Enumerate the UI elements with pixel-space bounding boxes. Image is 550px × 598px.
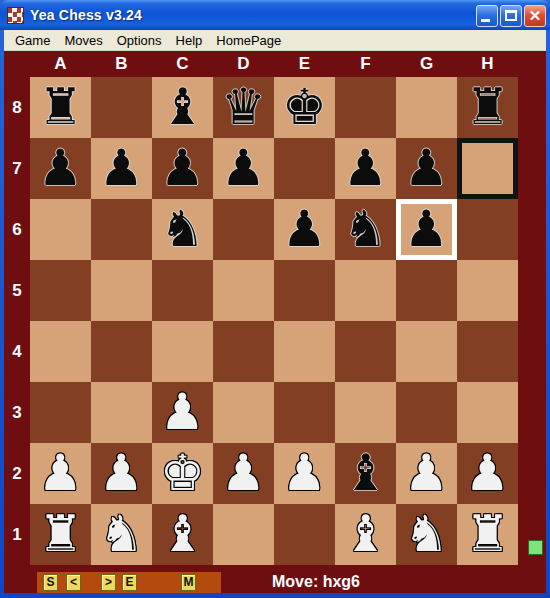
square-b8[interactable]: [91, 77, 152, 138]
square-b4[interactable]: [91, 321, 152, 382]
square-c8[interactable]: ♝: [152, 77, 213, 138]
square-e2[interactable]: ♟: [274, 443, 335, 504]
square-d6[interactable]: [213, 199, 274, 260]
file-labels: ABCDEFGH: [30, 52, 518, 76]
rank-label-7: 7: [4, 138, 30, 199]
file-label-d: D: [213, 52, 274, 76]
square-f3[interactable]: [335, 382, 396, 443]
rank-labels: 87654321: [4, 77, 30, 565]
white-pawn-a2: ♟: [38, 443, 83, 504]
square-f4[interactable]: [335, 321, 396, 382]
square-g8[interactable]: [396, 77, 457, 138]
square-a5[interactable]: [30, 260, 91, 321]
square-c6[interactable]: ♞: [152, 199, 213, 260]
square-a1[interactable]: ♜: [30, 504, 91, 565]
file-label-a: A: [30, 52, 91, 76]
black-rook-h8: ♜: [465, 77, 510, 138]
square-b1[interactable]: ♞: [91, 504, 152, 565]
window-title: Yea Chess v3.24: [30, 7, 142, 23]
black-bishop-f2: ♝: [343, 443, 388, 504]
square-a3[interactable]: [30, 382, 91, 443]
white-rook-h1: ♜: [465, 504, 510, 565]
square-a4[interactable]: [30, 321, 91, 382]
square-e8[interactable]: ♚: [274, 77, 335, 138]
white-rook-a1: ♜: [38, 504, 83, 565]
square-c4[interactable]: [152, 321, 213, 382]
menu-game[interactable]: Game: [8, 33, 57, 48]
black-queen-d8: ♛: [221, 77, 266, 138]
square-d3[interactable]: [213, 382, 274, 443]
square-f2[interactable]: ♝: [335, 443, 396, 504]
file-label-g: G: [396, 52, 457, 76]
square-c7[interactable]: ♟: [152, 138, 213, 199]
square-a2[interactable]: ♟: [30, 443, 91, 504]
square-h1[interactable]: ♜: [457, 504, 518, 565]
white-knight-g1: ♞: [404, 504, 449, 565]
menu-moves[interactable]: Moves: [57, 33, 109, 48]
maximize-icon: [505, 10, 517, 21]
square-b5[interactable]: [91, 260, 152, 321]
square-d2[interactable]: ♟: [213, 443, 274, 504]
square-h6[interactable]: [457, 199, 518, 260]
rank-label-4: 4: [4, 321, 30, 382]
rank-label-3: 3: [4, 382, 30, 443]
square-g3[interactable]: [396, 382, 457, 443]
white-pawn-e2: ♟: [282, 443, 327, 504]
square-f5[interactable]: [335, 260, 396, 321]
square-h5[interactable]: [457, 260, 518, 321]
black-pawn-g6: ♟: [404, 199, 449, 260]
close-button[interactable]: ✕: [524, 5, 546, 27]
square-f8[interactable]: [335, 77, 396, 138]
white-pawn-c3: ♟: [160, 382, 205, 443]
file-label-c: C: [152, 52, 213, 76]
white-knight-b1: ♞: [99, 504, 144, 565]
square-d4[interactable]: [213, 321, 274, 382]
square-b3[interactable]: [91, 382, 152, 443]
square-c5[interactable]: [152, 260, 213, 321]
square-g1[interactable]: ♞: [396, 504, 457, 565]
move-status: Move: hxg6: [226, 571, 406, 593]
square-e1[interactable]: [274, 504, 335, 565]
menu-bar: GameMovesOptionsHelpHomePage: [4, 30, 546, 51]
rank-label-5: 5: [4, 260, 30, 321]
rank-label-2: 2: [4, 443, 30, 504]
white-pawn-h2: ♟: [465, 443, 510, 504]
square-g4[interactable]: [396, 321, 457, 382]
square-a6[interactable]: [30, 199, 91, 260]
square-c3[interactable]: ♟: [152, 382, 213, 443]
black-knight-f6: ♞: [343, 199, 388, 260]
black-pawn-g7: ♟: [404, 138, 449, 199]
board: ♜♝♛♚♜♟♟♟♟♟♟♞♟♞♟♟♟♟♚♟♟♝♟♟♜♞♝♝♞♜: [30, 77, 518, 565]
square-h2[interactable]: ♟: [457, 443, 518, 504]
square-f1[interactable]: ♝: [335, 504, 396, 565]
white-pawn-d2: ♟: [221, 443, 266, 504]
file-label-b: B: [91, 52, 152, 76]
square-d1[interactable]: [213, 504, 274, 565]
rank-label-6: 6: [4, 199, 30, 260]
square-a7[interactable]: ♟: [30, 138, 91, 199]
title-bar: Yea Chess v3.24 ✕: [0, 0, 550, 30]
square-e6[interactable]: ♟: [274, 199, 335, 260]
back-button-prev[interactable]: <: [66, 574, 81, 591]
app-icon: [7, 7, 24, 24]
black-pawn-e6: ♟: [282, 199, 327, 260]
control-strip: S<>EM: [37, 572, 221, 593]
rank-label-1: 1: [4, 504, 30, 565]
menu-button-M[interactable]: M: [181, 574, 196, 591]
end-button-E[interactable]: E: [122, 574, 137, 591]
turn-indicator: [529, 541, 542, 554]
board-area: ABCDEFGH 87654321 ♜♝♛♚♜♟♟♟♟♟♟♞♟♞♟♟♟♟♚♟♟♝…: [4, 51, 546, 593]
square-d5[interactable]: [213, 260, 274, 321]
black-pawn-b7: ♟: [99, 138, 144, 199]
square-b6[interactable]: [91, 199, 152, 260]
white-pawn-b2: ♟: [99, 443, 144, 504]
square-g5[interactable]: [396, 260, 457, 321]
file-label-e: E: [274, 52, 335, 76]
minimize-button[interactable]: [476, 5, 498, 27]
square-e4[interactable]: [274, 321, 335, 382]
black-king-e8: ♚: [282, 77, 327, 138]
menu-help[interactable]: Help: [169, 33, 210, 48]
square-b7[interactable]: ♟: [91, 138, 152, 199]
maximize-button[interactable]: [500, 5, 522, 27]
black-knight-c6: ♞: [160, 199, 205, 260]
square-e7[interactable]: [274, 138, 335, 199]
white-king-c2: ♚: [160, 443, 205, 504]
square-h8[interactable]: ♜: [457, 77, 518, 138]
file-label-h: H: [457, 52, 518, 76]
square-h4[interactable]: [457, 321, 518, 382]
save-button-S[interactable]: S: [43, 574, 58, 591]
black-rook-a8: ♜: [38, 77, 83, 138]
square-e5[interactable]: [274, 260, 335, 321]
black-pawn-c7: ♟: [160, 138, 205, 199]
close-icon: ✕: [525, 6, 545, 26]
square-g7[interactable]: ♟: [396, 138, 457, 199]
square-d8[interactable]: ♛: [213, 77, 274, 138]
app-window: Yea Chess v3.24 ✕ GameMovesOptionsHelpHo…: [0, 0, 550, 598]
square-c1[interactable]: ♝: [152, 504, 213, 565]
white-bishop-c1: ♝: [160, 504, 205, 565]
square-g2[interactable]: ♟: [396, 443, 457, 504]
black-pawn-f7: ♟: [343, 138, 388, 199]
minimize-icon: [481, 19, 490, 22]
square-b2[interactable]: ♟: [91, 443, 152, 504]
menu-homepage[interactable]: HomePage: [209, 33, 288, 48]
square-c2[interactable]: ♚: [152, 443, 213, 504]
square-h7[interactable]: [457, 138, 518, 199]
menu-options[interactable]: Options: [110, 33, 169, 48]
square-f6[interactable]: ♞: [335, 199, 396, 260]
white-pawn-g2: ♟: [404, 443, 449, 504]
square-d7[interactable]: ♟: [213, 138, 274, 199]
file-label-f: F: [335, 52, 396, 76]
square-a8[interactable]: ♜: [30, 77, 91, 138]
square-g6[interactable]: ♟: [396, 199, 457, 260]
rank-label-8: 8: [4, 77, 30, 138]
square-f7[interactable]: ♟: [335, 138, 396, 199]
white-bishop-f1: ♝: [343, 504, 388, 565]
forward-button-next[interactable]: >: [101, 574, 116, 591]
black-pawn-a7: ♟: [38, 138, 83, 199]
square-h3[interactable]: [457, 382, 518, 443]
black-bishop-c8: ♝: [160, 77, 205, 138]
black-pawn-d7: ♟: [221, 138, 266, 199]
square-e3[interactable]: [274, 382, 335, 443]
